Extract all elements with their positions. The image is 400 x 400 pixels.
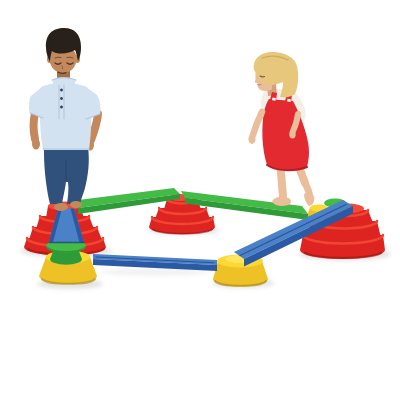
girl: [248, 52, 314, 206]
product-photo: Children on balance course: [0, 0, 400, 400]
boy: [29, 28, 101, 211]
boy-foot-left: [54, 203, 68, 211]
girl-hand-far: [289, 130, 295, 139]
balance-course-scene: Children on balance course: [0, 0, 400, 400]
boy-arm-left: [34, 113, 36, 139]
beam-blue-front: [93, 254, 217, 271]
boy-foot-right: [70, 201, 82, 208]
girl-arm-near: [253, 112, 262, 135]
stone-yellow-center: [213, 255, 268, 287]
girl-hand-near: [248, 134, 255, 144]
boy-shirt-torso: [40, 83, 91, 151]
boy-hand-left: [32, 139, 40, 150]
boy-arm-right: [91, 114, 98, 140]
